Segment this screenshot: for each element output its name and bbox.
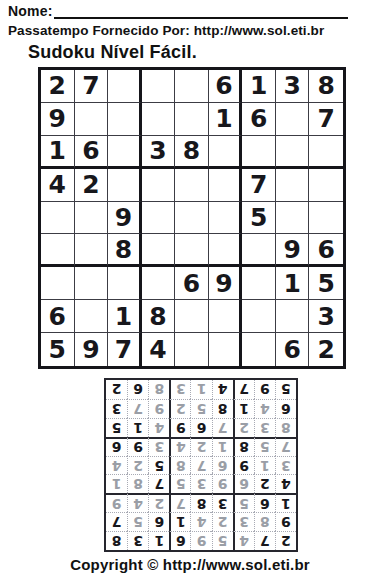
puzzle-cell-empty[interactable] [242, 136, 276, 169]
solution-cell-given: 6 [254, 493, 275, 512]
solution-cell-solved: 8 [148, 380, 169, 399]
solution-cell-given: 2 [106, 380, 127, 399]
puzzle-cell-given: 6 [209, 70, 243, 103]
puzzle-cell-empty[interactable] [108, 103, 142, 136]
solution-cell-given: 8 [233, 437, 254, 456]
name-label: Nome: [8, 3, 53, 19]
puzzle-cell-given: 6 [75, 136, 109, 169]
puzzle-cell-empty[interactable] [209, 300, 243, 333]
solution-cell-given: 7 [106, 512, 127, 531]
solution-cell-given: 2 [275, 531, 296, 550]
copyright-line: Copyright © http://www.sol.eti.br [0, 556, 380, 573]
puzzle-cell-given: 2 [41, 70, 75, 103]
puzzle-cell-empty[interactable] [209, 202, 243, 235]
solution-cell-solved: 9 [106, 493, 127, 512]
solution-cell-given: 5 [148, 456, 169, 475]
solution-cell-solved: 1 [254, 456, 275, 475]
puzzle-cell-given: 7 [75, 70, 109, 103]
puzzle-cell-given: 7 [108, 333, 142, 366]
solution-cell-solved: 2 [233, 418, 254, 437]
solution-cell-solved: 6 [233, 474, 254, 493]
solution-cell-solved: 5 [212, 531, 233, 550]
solution-cell-solved: 5 [190, 399, 211, 418]
puzzle-cell-given: 1 [276, 267, 310, 300]
puzzle-cell-given: 1 [41, 136, 75, 169]
solution-cell-solved: 4 [148, 418, 169, 437]
puzzle-cell-empty[interactable] [142, 70, 176, 103]
puzzle-cell-given: 1 [242, 70, 276, 103]
puzzle-cell-empty[interactable] [175, 333, 209, 366]
solution-cell-given: 8 [190, 493, 211, 512]
solution-cell-solved: 1 [106, 474, 127, 493]
solution-cell-given: 3 [127, 531, 148, 550]
solution-cell-solved: 9 [148, 399, 169, 418]
page-title: Sudoku Nível Fácil. [28, 42, 358, 63]
solution-cell-solved: 3 [190, 474, 211, 493]
puzzle-cell-empty[interactable] [175, 70, 209, 103]
solution-cell-solved: 1 [212, 437, 233, 456]
name-row: Nome: [8, 3, 348, 19]
puzzle-cell-empty[interactable] [41, 267, 75, 300]
solution-cell-solved: 4 [169, 437, 190, 456]
puzzle-cell-empty[interactable] [276, 300, 310, 333]
solution-cell-solved: 7 [190, 456, 211, 475]
solution-cell-solved: 8 [127, 474, 148, 493]
puzzle-cell-empty[interactable] [276, 136, 310, 169]
puzzle-cell-given: 4 [41, 169, 75, 202]
puzzle-cell-empty[interactable] [75, 267, 109, 300]
puzzle-cell-given: 1 [108, 300, 142, 333]
provider-line: Passatempo Fornecido Por: http://www.sol… [8, 23, 378, 38]
solution-cell-given: 4 [212, 380, 233, 399]
solution-cell-given: 9 [254, 380, 275, 399]
solution-cell-given: 4 [275, 474, 296, 493]
solution-cell-given: 7 [148, 474, 169, 493]
puzzle-cell-given: 6 [276, 333, 310, 366]
puzzle-cell-given: 4 [142, 333, 176, 366]
puzzle-cell-given: 6 [41, 300, 75, 333]
solution-cell-solved: 4 [190, 512, 211, 531]
solution-cell-given: 6 [127, 380, 148, 399]
puzzle-cell-given: 7 [309, 103, 343, 136]
puzzle-cell-empty[interactable] [175, 169, 209, 202]
puzzle-cell-given: 9 [75, 333, 109, 366]
puzzle-cell-empty[interactable] [175, 202, 209, 235]
puzzle-cell-given: 9 [209, 267, 243, 300]
solution-cell-given: 6 [190, 418, 211, 437]
solution-cell-given: 9 [233, 456, 254, 475]
puzzle-cell-empty[interactable] [142, 234, 176, 267]
solution-cell-given: 6 [148, 512, 169, 531]
puzzle-cell-given: 2 [309, 333, 343, 366]
puzzle-cell-empty[interactable] [209, 333, 243, 366]
solution-cell-given: 1 [148, 531, 169, 550]
solution-cell-solved: 3 [275, 456, 296, 475]
puzzle-cell-empty[interactable] [276, 169, 310, 202]
solution-cell-solved: 4 [254, 399, 275, 418]
solution-cell-solved: 2 [190, 437, 211, 456]
solution-cell-solved: 4 [233, 531, 254, 550]
solution-cell-given: 7 [233, 380, 254, 399]
puzzle-cell-empty[interactable] [309, 202, 343, 235]
puzzle-cell-empty[interactable] [309, 169, 343, 202]
solution-cell-given: 1 [275, 493, 296, 512]
puzzle-cell-empty[interactable] [75, 202, 109, 235]
puzzle-cell-empty[interactable] [142, 202, 176, 235]
puzzle-cell-empty[interactable] [175, 103, 209, 136]
solution-cell-given: 3 [106, 399, 127, 418]
puzzle-cell-empty[interactable] [75, 234, 109, 267]
solution-cell-given: 8 [106, 531, 127, 550]
puzzle-cell-empty[interactable] [276, 202, 310, 235]
puzzle-cell-given: 9 [108, 202, 142, 235]
solution-cell-solved: 6 [212, 456, 233, 475]
solution-cell-solved: 8 [254, 512, 275, 531]
solution-cell-solved: 2 [212, 512, 233, 531]
solution-cell-given: 2 [254, 474, 275, 493]
puzzle-cell-empty[interactable] [75, 300, 109, 333]
puzzle-cell-given: 5 [242, 202, 276, 235]
solution-cell-solved: 3 [254, 418, 275, 437]
puzzle-cell-given: 3 [309, 300, 343, 333]
puzzle-cell-empty[interactable] [142, 103, 176, 136]
puzzle-cell-given: 5 [41, 333, 75, 366]
puzzle-cell-empty[interactable] [309, 136, 343, 169]
solution-cell-solved: 8 [169, 456, 190, 475]
solution-cell-solved: 4 [127, 493, 148, 512]
puzzle-cell-given: 2 [75, 169, 109, 202]
puzzle-cell-empty[interactable] [175, 300, 209, 333]
puzzle-cell-given: 5 [309, 267, 343, 300]
solution-cell-given: 9 [169, 418, 190, 437]
puzzle-cell-empty[interactable] [209, 234, 243, 267]
solution-cell-given: 5 [275, 380, 296, 399]
puzzle-cell-empty[interactable] [75, 103, 109, 136]
puzzle-cell-empty[interactable] [242, 234, 276, 267]
puzzle-cell-empty[interactable] [242, 333, 276, 366]
solution-cell-given: 6 [275, 399, 296, 418]
solution-cell-solved: 2 [148, 493, 169, 512]
worksheet-page: Nome: Passatempo Fornecido Por: http://w… [0, 0, 380, 585]
sudoku-puzzle-grid[interactable]: 276138916716384279589669156183597462 [38, 67, 346, 369]
puzzle-cell-given: 7 [242, 169, 276, 202]
puzzle-cell-empty[interactable] [41, 234, 75, 267]
puzzle-cell-given: 8 [309, 70, 343, 103]
solution-cell-solved: 2 [169, 399, 190, 418]
sudoku-solution-grid: 2745961389832416571653872494269357813196… [104, 378, 298, 552]
puzzle-cell-given: 3 [142, 136, 176, 169]
puzzle-cell-empty[interactable] [276, 103, 310, 136]
solution-cell-solved: 4 [106, 456, 127, 475]
puzzle-cell-given: 8 [108, 234, 142, 267]
solution-cell-solved: 8 [275, 418, 296, 437]
solution-cell-solved: 5 [254, 437, 275, 456]
puzzle-cell-empty[interactable] [209, 169, 243, 202]
puzzle-cell-given: 9 [276, 234, 310, 267]
solution-cell-solved: 5 [169, 474, 190, 493]
puzzle-cell-given: 6 [175, 267, 209, 300]
puzzle-cell-empty[interactable] [108, 136, 142, 169]
puzzle-cell-given: 6 [309, 234, 343, 267]
solution-cell-solved: 7 [127, 399, 148, 418]
solution-cell-solved: 9 [212, 474, 233, 493]
puzzle-cell-given: 6 [242, 103, 276, 136]
solution-cell-solved: 5 [127, 512, 148, 531]
solution-cell-solved: 7 [212, 418, 233, 437]
puzzle-cell-given: 9 [41, 103, 75, 136]
solution-cell-given: 5 [106, 418, 127, 437]
solution-cell-solved: 3 [148, 437, 169, 456]
solution-cell-solved: 3 [233, 512, 254, 531]
solution-cell-given: 1 [127, 418, 148, 437]
puzzle-cell-empty[interactable] [142, 267, 176, 300]
puzzle-cell-given: 8 [142, 300, 176, 333]
solution-cell-solved: 2 [127, 456, 148, 475]
solution-cell-solved: 1 [190, 380, 211, 399]
solution-cell-given: 9 [275, 512, 296, 531]
solution-cell-given: 1 [169, 512, 190, 531]
puzzle-cell-empty[interactable] [108, 169, 142, 202]
solution-cell-solved: 7 [275, 437, 296, 456]
solution-cell-given: 7 [254, 531, 275, 550]
solution-cell-solved: 7 [169, 493, 190, 512]
puzzle-cell-empty[interactable] [108, 267, 142, 300]
solution-cell-given: 9 [127, 437, 148, 456]
solution-cell-solved: 5 [233, 493, 254, 512]
solution-cell-given: 1 [233, 399, 254, 418]
puzzle-cell-empty[interactable] [242, 267, 276, 300]
puzzle-cell-given: 3 [276, 70, 310, 103]
puzzle-cell-empty[interactable] [41, 202, 75, 235]
solution-cell-given: 6 [169, 531, 190, 550]
solution-cell-given: 8 [212, 399, 233, 418]
solution-cell-given: 6 [106, 437, 127, 456]
solution-cell-solved: 3 [169, 380, 190, 399]
puzzle-cell-empty[interactable] [108, 70, 142, 103]
puzzle-cell-empty[interactable] [209, 136, 243, 169]
puzzle-cell-empty[interactable] [142, 169, 176, 202]
puzzle-cell-given: 8 [175, 136, 209, 169]
solution-cell-solved: 9 [190, 531, 211, 550]
name-fill-line[interactable] [54, 4, 348, 19]
puzzle-cell-given: 1 [209, 103, 243, 136]
puzzle-cell-empty[interactable] [242, 300, 276, 333]
solution-cell-given: 3 [212, 493, 233, 512]
puzzle-cell-empty[interactable] [175, 234, 209, 267]
